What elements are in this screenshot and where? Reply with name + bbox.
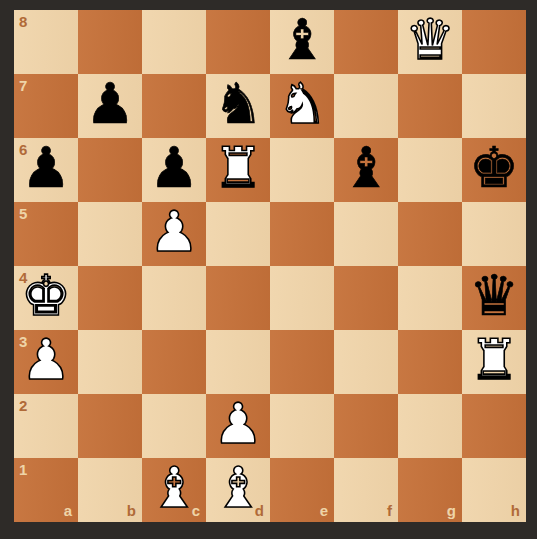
rank-label-2: 2 [19,398,27,413]
square-a4[interactable]: 4♚ [14,266,78,330]
square-a3[interactable]: 3♟ [14,330,78,394]
square-d5[interactable] [206,202,270,266]
square-d2[interactable]: ♟ [206,394,270,458]
rank-label-7: 7 [19,78,27,93]
square-e8[interactable]: ♝ [270,10,334,74]
white-bishop-c1[interactable]: ♝ [149,460,199,516]
square-f2[interactable] [334,394,398,458]
black-bishop-f6[interactable]: ♝ [341,140,391,196]
square-c1[interactable]: c♝ [142,458,206,522]
file-label-h: h [511,503,520,518]
square-a2[interactable]: 2 [14,394,78,458]
rank-label-1: 1 [19,462,27,477]
rank-label-8: 8 [19,14,27,29]
square-d7[interactable]: ♞ [206,74,270,138]
square-h8[interactable] [462,10,526,74]
square-g3[interactable] [398,330,462,394]
square-e5[interactable] [270,202,334,266]
square-e7[interactable]: ♞ [270,74,334,138]
white-pawn-a3[interactable]: ♟ [21,332,71,388]
square-c4[interactable] [142,266,206,330]
square-f7[interactable] [334,74,398,138]
square-b4[interactable] [78,266,142,330]
square-g7[interactable] [398,74,462,138]
square-a5[interactable]: 5 [14,202,78,266]
white-bishop-d1[interactable]: ♝ [213,460,263,516]
square-g5[interactable] [398,202,462,266]
file-label-g: g [447,503,456,518]
square-h4[interactable]: ♛ [462,266,526,330]
square-b7[interactable]: ♟ [78,74,142,138]
black-bishop-e8[interactable]: ♝ [277,12,327,68]
square-f6[interactable]: ♝ [334,138,398,202]
square-d8[interactable] [206,10,270,74]
square-h3[interactable]: ♜ [462,330,526,394]
black-king-h6[interactable]: ♚ [469,140,519,196]
square-h1[interactable]: h [462,458,526,522]
square-b3[interactable] [78,330,142,394]
square-a6[interactable]: 6♟ [14,138,78,202]
square-c7[interactable] [142,74,206,138]
square-c8[interactable] [142,10,206,74]
black-pawn-a6[interactable]: ♟ [21,140,71,196]
square-g2[interactable] [398,394,462,458]
chess-app-window: 8♝♛7♟♞♞6♟♟♜♝♚5♟4♚♛3♟♜2♟1abc♝d♝efgh [0,0,537,539]
black-knight-d7[interactable]: ♞ [213,76,263,132]
square-e2[interactable] [270,394,334,458]
square-d3[interactable] [206,330,270,394]
rank-label-5: 5 [19,206,27,221]
square-f1[interactable]: f [334,458,398,522]
square-f8[interactable] [334,10,398,74]
square-c2[interactable] [142,394,206,458]
square-h5[interactable] [462,202,526,266]
black-pawn-c6[interactable]: ♟ [149,140,199,196]
square-c6[interactable]: ♟ [142,138,206,202]
square-c5[interactable]: ♟ [142,202,206,266]
square-b5[interactable] [78,202,142,266]
square-g1[interactable]: g [398,458,462,522]
square-a7[interactable]: 7 [14,74,78,138]
white-pawn-d2[interactable]: ♟ [213,396,263,452]
square-d1[interactable]: d♝ [206,458,270,522]
chess-board: 8♝♛7♟♞♞6♟♟♜♝♚5♟4♚♛3♟♜2♟1abc♝d♝efgh [14,10,526,522]
square-f4[interactable] [334,266,398,330]
square-g6[interactable] [398,138,462,202]
square-e4[interactable] [270,266,334,330]
square-b8[interactable] [78,10,142,74]
black-pawn-b7[interactable]: ♟ [85,76,135,132]
file-label-b: b [127,503,136,518]
file-label-f: f [387,503,392,518]
file-label-a: a [64,503,72,518]
square-a8[interactable]: 8 [14,10,78,74]
white-queen-g8[interactable]: ♛ [405,12,455,68]
square-d4[interactable] [206,266,270,330]
square-b1[interactable]: b [78,458,142,522]
square-h6[interactable]: ♚ [462,138,526,202]
square-e1[interactable]: e [270,458,334,522]
square-f5[interactable] [334,202,398,266]
square-c3[interactable] [142,330,206,394]
white-rook-d6[interactable]: ♜ [213,140,263,196]
white-pawn-c5[interactable]: ♟ [149,204,199,260]
square-b6[interactable] [78,138,142,202]
square-h2[interactable] [462,394,526,458]
square-a1[interactable]: 1a [14,458,78,522]
square-g8[interactable]: ♛ [398,10,462,74]
square-d6[interactable]: ♜ [206,138,270,202]
square-h7[interactable] [462,74,526,138]
white-king-a4[interactable]: ♚ [21,268,71,324]
white-knight-e7[interactable]: ♞ [277,76,327,132]
square-e3[interactable] [270,330,334,394]
square-g4[interactable] [398,266,462,330]
square-b2[interactable] [78,394,142,458]
square-e6[interactable] [270,138,334,202]
file-label-e: e [320,503,328,518]
square-f3[interactable] [334,330,398,394]
white-rook-h3[interactable]: ♜ [469,332,519,388]
black-queen-h4[interactable]: ♛ [469,268,519,324]
